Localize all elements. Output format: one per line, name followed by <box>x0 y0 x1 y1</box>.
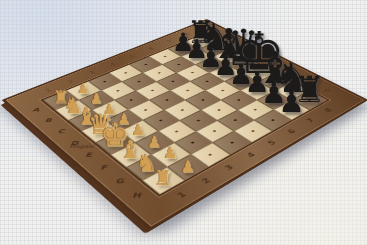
black-pawn-h7[interactable]: ♟ <box>278 88 304 118</box>
white-rook-h1[interactable]: ♜ <box>154 168 173 189</box>
pieces-layer: ♜♟♟♜♞♟♟♞♝♟♟♝♛♟♟♛♚♟♟♚♝♟♟♝♞♟♟♞♜♟♟♜ <box>0 0 367 245</box>
white-pawn-g2[interactable]: ♟ <box>163 146 177 162</box>
white-pawn-f2[interactable]: ♟ <box>147 134 161 149</box>
photo-stage: 12345678 ABCDEFGH 12345678 ABCDEFGH Wegi… <box>0 0 367 245</box>
white-pawn-h2[interactable]: ♟ <box>180 159 194 175</box>
